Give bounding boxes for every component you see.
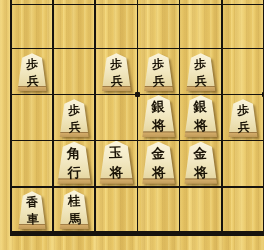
square-4f[interactable] — [223, 49, 264, 93]
piece-face: 歩兵 — [184, 53, 217, 91]
grid-line-vertical — [94, 0, 96, 233]
kanji-char: 歩 — [152, 58, 164, 70]
kanji-char: 金 — [151, 147, 165, 161]
square-8f[interactable] — [54, 49, 95, 93]
piece-king-7h[interactable]: 玉将 — [97, 141, 135, 184]
piece-kanji: 金将 — [140, 146, 178, 180]
kanji-char: 将 — [152, 165, 166, 179]
piece-silver-6g[interactable]: 銀将 — [140, 95, 177, 137]
square-7g[interactable] — [96, 95, 137, 139]
grid-line-vertical — [179, 0, 181, 233]
piece-face: 角行 — [55, 142, 93, 184]
kanji-char: 将 — [110, 165, 124, 179]
kanji-char: 銀 — [151, 100, 165, 114]
piece-kanji: 金将 — [182, 146, 220, 180]
kanji-char: 将 — [194, 119, 208, 133]
star-point — [262, 92, 264, 97]
piece-face: 歩兵 — [100, 53, 133, 91]
kanji-char: 車 — [26, 213, 38, 225]
piece-pawn-9f[interactable]: 歩兵 — [16, 53, 49, 91]
grid-line-vertical — [52, 0, 54, 233]
square-7i[interactable] — [96, 188, 137, 232]
kanji-char: 角 — [67, 147, 81, 161]
kanji-char: 将 — [152, 119, 166, 133]
kanji-char: 香 — [25, 196, 37, 208]
square-4e[interactable] — [223, 5, 264, 47]
square-6i[interactable] — [138, 188, 179, 232]
piece-face: 金将 — [182, 142, 219, 184]
piece-silver-5g[interactable]: 銀将 — [182, 95, 219, 137]
piece-kanji: 銀将 — [140, 100, 178, 134]
piece-pawn-7f[interactable]: 歩兵 — [100, 53, 133, 91]
square-4i[interactable] — [223, 188, 264, 232]
square-9e[interactable] — [12, 5, 53, 47]
kanji-char: 将 — [194, 165, 208, 179]
piece-face: 金将 — [140, 142, 177, 184]
square-5i[interactable] — [180, 188, 221, 232]
kanji-char: 銀 — [193, 100, 207, 114]
grid-line-vertical — [221, 0, 223, 233]
piece-pawn-5f[interactable]: 歩兵 — [184, 53, 217, 91]
kanji-char: 桂 — [67, 195, 80, 208]
kanji-char: 歩 — [25, 58, 37, 70]
piece-knight-8i[interactable]: 桂馬 — [58, 190, 91, 229]
piece-face: 玉将 — [97, 141, 135, 184]
kanji-char: 金 — [193, 147, 207, 161]
piece-kanji: 玉将 — [97, 145, 136, 179]
kanji-char: 玉 — [109, 146, 123, 160]
kanji-char: 歩 — [110, 58, 122, 70]
kanji-char: 歩 — [236, 104, 248, 116]
piece-kanji: 歩兵 — [99, 57, 133, 87]
square-9h[interactable] — [12, 141, 53, 186]
piece-face: 桂馬 — [58, 190, 91, 229]
piece-kanji: 歩兵 — [142, 57, 176, 87]
piece-face: 歩兵 — [227, 99, 260, 137]
piece-pawn-8g[interactable]: 歩兵 — [58, 99, 91, 137]
piece-kanji: 銀将 — [182, 100, 220, 134]
grid-line-vertical — [137, 0, 139, 233]
piece-lance-9i[interactable]: 香車 — [17, 191, 48, 229]
piece-kanji: 歩兵 — [15, 57, 49, 87]
square-6e[interactable] — [138, 5, 179, 47]
piece-kanji: 角行 — [55, 146, 94, 180]
kanji-char: 兵 — [68, 121, 80, 133]
square-8e[interactable] — [54, 5, 95, 47]
kanji-char: 歩 — [68, 104, 80, 116]
kanji-char: 兵 — [237, 121, 249, 133]
kanji-char: 兵 — [110, 75, 122, 87]
piece-bishop-8h[interactable]: 角行 — [55, 142, 93, 184]
piece-kanji: 歩兵 — [184, 57, 218, 87]
piece-kanji: 桂馬 — [57, 194, 91, 225]
piece-face: 歩兵 — [58, 99, 91, 137]
square-5e[interactable] — [180, 5, 221, 47]
kanji-char: 兵 — [153, 75, 165, 87]
piece-face: 銀将 — [182, 95, 219, 137]
piece-gold-6h[interactable]: 金将 — [140, 142, 177, 184]
piece-pawn-6f[interactable]: 歩兵 — [142, 53, 175, 91]
kanji-char: 行 — [68, 165, 82, 179]
piece-face: 銀将 — [140, 95, 177, 137]
shogi-board: 歩兵歩兵歩兵歩兵歩兵歩兵銀将銀将角行玉将金将金将香車桂馬 — [0, 0, 264, 250]
piece-face: 歩兵 — [142, 53, 175, 91]
kanji-char: 馬 — [68, 212, 81, 225]
piece-kanji: 歩兵 — [57, 103, 91, 133]
piece-kanji: 香車 — [16, 195, 48, 225]
piece-pawn-4g[interactable]: 歩兵 — [227, 99, 260, 137]
kanji-char: 兵 — [26, 75, 38, 87]
square-9g[interactable] — [12, 95, 53, 139]
piece-gold-5h[interactable]: 金将 — [182, 142, 219, 184]
piece-face: 歩兵 — [16, 53, 49, 91]
piece-kanji: 歩兵 — [226, 103, 260, 133]
piece-face: 香車 — [17, 191, 48, 229]
square-4h[interactable] — [223, 141, 264, 186]
kanji-char: 歩 — [194, 58, 206, 70]
kanji-char: 兵 — [195, 75, 207, 87]
grid-line-vertical — [263, 0, 264, 233]
square-7e[interactable] — [96, 5, 137, 47]
board-border-left — [10, 0, 13, 236]
